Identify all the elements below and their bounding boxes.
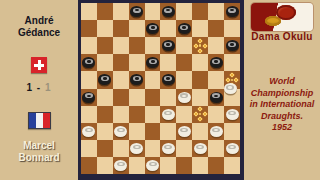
black-man[interactable] bbox=[98, 74, 111, 85]
light-square bbox=[192, 54, 208, 71]
dark-square[interactable] bbox=[113, 123, 129, 140]
light-square bbox=[81, 3, 97, 20]
dark-square[interactable] bbox=[145, 123, 161, 140]
dark-square[interactable] bbox=[81, 123, 97, 140]
black-man[interactable] bbox=[82, 92, 95, 103]
light-square bbox=[208, 140, 224, 157]
light-square bbox=[208, 71, 224, 88]
light-square bbox=[176, 3, 192, 20]
dark-square[interactable] bbox=[113, 54, 129, 71]
dark-square[interactable] bbox=[81, 20, 97, 37]
light-square bbox=[192, 123, 208, 140]
white-man[interactable] bbox=[224, 83, 237, 94]
dark-square[interactable] bbox=[176, 123, 192, 140]
draughts-board bbox=[81, 3, 240, 174]
dark-square[interactable] bbox=[160, 71, 176, 88]
white-man[interactable] bbox=[178, 126, 191, 137]
dark-square[interactable] bbox=[192, 37, 208, 54]
dark-square[interactable] bbox=[160, 3, 176, 20]
dark-square[interactable] bbox=[192, 106, 208, 123]
player-top-name: André Gédance bbox=[0, 15, 78, 39]
dark-square[interactable] bbox=[176, 20, 192, 37]
light-square bbox=[192, 20, 208, 37]
light-square bbox=[176, 37, 192, 54]
dark-square[interactable] bbox=[97, 37, 113, 54]
dark-square[interactable] bbox=[145, 157, 161, 174]
light-square bbox=[97, 20, 113, 37]
white-man[interactable] bbox=[114, 126, 127, 137]
light-square bbox=[208, 106, 224, 123]
dark-square[interactable] bbox=[145, 54, 161, 71]
black-man[interactable] bbox=[162, 40, 175, 51]
match-score: 1 - 1 bbox=[0, 82, 78, 93]
dark-square[interactable] bbox=[129, 3, 145, 20]
video-frame: André Gédance 1 - 1 Marcel Bonnard Dama … bbox=[0, 0, 320, 180]
white-man[interactable] bbox=[194, 143, 207, 154]
light-square bbox=[81, 140, 97, 157]
light-square bbox=[224, 54, 240, 71]
channel-name: Dama Okulu bbox=[244, 31, 320, 42]
black-man[interactable] bbox=[130, 74, 143, 85]
dark-square[interactable] bbox=[97, 71, 113, 88]
light-square bbox=[81, 106, 97, 123]
light-square bbox=[145, 140, 161, 157]
move-marker-icon bbox=[192, 106, 208, 123]
white-man[interactable] bbox=[210, 126, 223, 137]
light-square bbox=[176, 140, 192, 157]
swiss-flag-icon bbox=[31, 57, 47, 73]
light-square bbox=[192, 157, 208, 174]
dark-square[interactable] bbox=[208, 157, 224, 174]
light-square bbox=[176, 71, 192, 88]
dark-square[interactable] bbox=[81, 89, 97, 106]
white-man[interactable] bbox=[226, 109, 239, 120]
light-square bbox=[192, 89, 208, 106]
dark-square[interactable] bbox=[113, 157, 129, 174]
dama-okulu-logo-icon bbox=[251, 3, 313, 31]
light-square bbox=[224, 123, 240, 140]
dark-square[interactable] bbox=[129, 71, 145, 88]
dark-square[interactable] bbox=[224, 37, 240, 54]
light-square bbox=[160, 89, 176, 106]
black-man[interactable] bbox=[146, 57, 159, 68]
score-separator: - bbox=[37, 82, 41, 93]
light-square bbox=[160, 20, 176, 37]
white-man[interactable] bbox=[146, 160, 159, 171]
dark-square[interactable] bbox=[129, 37, 145, 54]
event-caption: World Championship in International Drau… bbox=[244, 76, 320, 134]
light-square bbox=[81, 71, 97, 88]
right-info-panel: Dama Okulu World Championship in Interna… bbox=[244, 0, 320, 180]
dark-square[interactable] bbox=[145, 89, 161, 106]
move-marker-icon bbox=[192, 37, 208, 54]
dark-square[interactable] bbox=[113, 20, 129, 37]
score-left: 1 bbox=[26, 82, 33, 93]
dark-square[interactable] bbox=[97, 140, 113, 157]
player-bottom-name: Marcel Bonnard bbox=[0, 140, 78, 164]
light-square bbox=[97, 54, 113, 71]
light-square bbox=[129, 123, 145, 140]
white-man[interactable] bbox=[226, 143, 239, 154]
dark-square[interactable] bbox=[208, 89, 224, 106]
black-man[interactable] bbox=[226, 6, 239, 17]
light-square bbox=[208, 3, 224, 20]
white-man[interactable] bbox=[178, 92, 191, 103]
dark-square[interactable] bbox=[145, 20, 161, 37]
dark-square[interactable] bbox=[81, 54, 97, 71]
dark-square[interactable] bbox=[113, 89, 129, 106]
white-man[interactable] bbox=[82, 126, 95, 137]
light-square bbox=[160, 157, 176, 174]
dark-square[interactable] bbox=[192, 140, 208, 157]
score-right: 1 bbox=[45, 82, 52, 93]
black-man[interactable] bbox=[210, 57, 223, 68]
light-square bbox=[176, 106, 192, 123]
dark-square[interactable] bbox=[192, 71, 208, 88]
dark-square[interactable] bbox=[129, 106, 145, 123]
dark-square[interactable] bbox=[160, 106, 176, 123]
black-man[interactable] bbox=[162, 6, 175, 17]
black-man[interactable] bbox=[130, 6, 143, 17]
black-man[interactable] bbox=[226, 40, 239, 51]
light-square bbox=[208, 37, 224, 54]
light-square bbox=[113, 37, 129, 54]
white-man[interactable] bbox=[162, 109, 175, 120]
light-square bbox=[97, 89, 113, 106]
dark-square[interactable] bbox=[192, 3, 208, 20]
dark-square[interactable] bbox=[97, 3, 113, 20]
light-square bbox=[129, 157, 145, 174]
dark-square[interactable] bbox=[208, 20, 224, 37]
light-square bbox=[224, 157, 240, 174]
dark-square[interactable] bbox=[208, 123, 224, 140]
dark-square[interactable] bbox=[160, 140, 176, 157]
light-square bbox=[97, 123, 113, 140]
light-square bbox=[129, 54, 145, 71]
light-square bbox=[97, 157, 113, 174]
dark-square[interactable] bbox=[176, 89, 192, 106]
dark-square[interactable] bbox=[81, 157, 97, 174]
dark-square[interactable] bbox=[208, 54, 224, 71]
dark-square[interactable] bbox=[97, 106, 113, 123]
board-frame bbox=[78, 0, 244, 180]
light-square bbox=[145, 106, 161, 123]
white-man[interactable] bbox=[114, 160, 127, 171]
french-flag-icon bbox=[28, 112, 51, 129]
light-square bbox=[113, 140, 129, 157]
light-square bbox=[129, 20, 145, 37]
black-man[interactable] bbox=[82, 57, 95, 68]
light-square bbox=[81, 37, 97, 54]
light-square bbox=[113, 3, 129, 20]
light-square bbox=[160, 54, 176, 71]
red-draught-piece-icon bbox=[276, 5, 296, 20]
dark-square[interactable] bbox=[176, 157, 192, 174]
dark-square[interactable] bbox=[129, 140, 145, 157]
light-square bbox=[160, 123, 176, 140]
dark-square[interactable] bbox=[176, 54, 192, 71]
white-man[interactable] bbox=[130, 143, 143, 154]
dark-square[interactable] bbox=[224, 3, 240, 20]
white-man[interactable] bbox=[162, 143, 175, 154]
light-square bbox=[224, 20, 240, 37]
light-square bbox=[145, 71, 161, 88]
dark-square[interactable] bbox=[224, 106, 240, 123]
left-player-panel: André Gédance 1 - 1 Marcel Bonnard bbox=[0, 0, 78, 180]
dark-square[interactable] bbox=[160, 37, 176, 54]
light-square bbox=[145, 37, 161, 54]
dark-square[interactable] bbox=[224, 71, 240, 88]
dark-square[interactable] bbox=[224, 140, 240, 157]
light-square bbox=[113, 71, 129, 88]
black-man[interactable] bbox=[162, 74, 175, 85]
black-man[interactable] bbox=[146, 23, 159, 34]
black-man[interactable] bbox=[178, 23, 191, 34]
light-square bbox=[113, 106, 129, 123]
black-man[interactable] bbox=[210, 92, 223, 103]
light-square bbox=[129, 89, 145, 106]
light-square bbox=[145, 3, 161, 20]
